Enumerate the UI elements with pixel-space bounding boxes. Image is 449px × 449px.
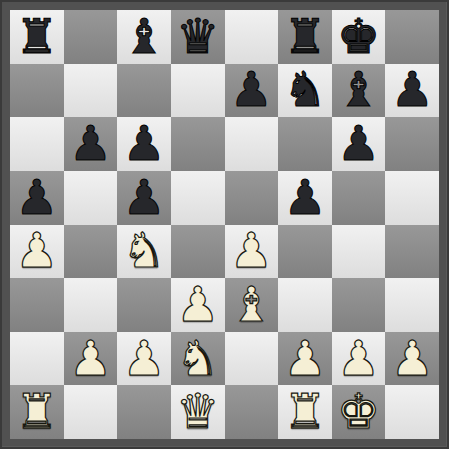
white-pawn[interactable]: ♟: [69, 334, 112, 382]
square-c1[interactable]: [117, 385, 171, 439]
square-d2[interactable]: ♞: [171, 332, 225, 386]
square-g2[interactable]: ♟: [332, 332, 386, 386]
square-h8[interactable]: [385, 10, 439, 64]
square-b4[interactable]: [64, 225, 118, 279]
square-b6[interactable]: ♟: [64, 117, 118, 171]
square-e8[interactable]: [225, 10, 279, 64]
white-pawn[interactable]: ♟: [283, 334, 326, 382]
square-f8[interactable]: ♜: [278, 10, 332, 64]
square-h2[interactable]: ♟: [385, 332, 439, 386]
black-pawn[interactable]: ♟: [337, 119, 380, 167]
black-king[interactable]: ♚: [337, 12, 380, 60]
square-d4[interactable]: [171, 225, 225, 279]
square-e2[interactable]: [225, 332, 279, 386]
white-pawn[interactable]: ♟: [337, 334, 380, 382]
square-a1[interactable]: ♜: [10, 385, 64, 439]
square-b3[interactable]: [64, 278, 118, 332]
black-pawn[interactable]: ♟: [15, 173, 58, 221]
black-pawn[interactable]: ♟: [283, 173, 326, 221]
square-h1[interactable]: [385, 385, 439, 439]
square-a4[interactable]: ♟: [10, 225, 64, 279]
square-f3[interactable]: [278, 278, 332, 332]
square-f2[interactable]: ♟: [278, 332, 332, 386]
black-bishop[interactable]: ♝: [337, 65, 380, 113]
square-g7[interactable]: ♝: [332, 64, 386, 118]
square-a5[interactable]: ♟: [10, 171, 64, 225]
white-bishop[interactable]: ♝: [230, 280, 273, 328]
square-e3[interactable]: ♝: [225, 278, 279, 332]
square-h5[interactable]: [385, 171, 439, 225]
square-f1[interactable]: ♜: [278, 385, 332, 439]
black-pawn[interactable]: ♟: [391, 65, 434, 113]
square-h3[interactable]: [385, 278, 439, 332]
square-g6[interactable]: ♟: [332, 117, 386, 171]
square-a6[interactable]: [10, 117, 64, 171]
square-h6[interactable]: [385, 117, 439, 171]
square-d7[interactable]: [171, 64, 225, 118]
square-d5[interactable]: [171, 171, 225, 225]
white-pawn[interactable]: ♟: [176, 280, 219, 328]
square-d3[interactable]: ♟: [171, 278, 225, 332]
square-h4[interactable]: [385, 225, 439, 279]
square-e1[interactable]: [225, 385, 279, 439]
white-rook[interactable]: ♜: [15, 387, 58, 435]
white-rook[interactable]: ♜: [283, 387, 326, 435]
black-pawn[interactable]: ♟: [123, 119, 166, 167]
black-pawn[interactable]: ♟: [123, 173, 166, 221]
square-c2[interactable]: ♟: [117, 332, 171, 386]
square-c4[interactable]: ♞: [117, 225, 171, 279]
square-g5[interactable]: [332, 171, 386, 225]
square-b5[interactable]: [64, 171, 118, 225]
square-f5[interactable]: ♟: [278, 171, 332, 225]
square-e6[interactable]: [225, 117, 279, 171]
square-a2[interactable]: [10, 332, 64, 386]
square-g8[interactable]: ♚: [332, 10, 386, 64]
black-rook[interactable]: ♜: [283, 12, 326, 60]
square-c3[interactable]: [117, 278, 171, 332]
chess-board: ♜♝♛♜♚♟♞♝♟♟♟♟♟♟♟♟♞♟♟♝♟♟♞♟♟♟♜♛♜♚: [10, 10, 439, 439]
square-c6[interactable]: ♟: [117, 117, 171, 171]
square-f4[interactable]: [278, 225, 332, 279]
white-pawn[interactable]: ♟: [123, 334, 166, 382]
square-d6[interactable]: [171, 117, 225, 171]
square-g1[interactable]: ♚: [332, 385, 386, 439]
square-h7[interactable]: ♟: [385, 64, 439, 118]
black-knight[interactable]: ♞: [283, 65, 326, 113]
square-f6[interactable]: [278, 117, 332, 171]
square-d8[interactable]: ♛: [171, 10, 225, 64]
white-pawn[interactable]: ♟: [15, 226, 58, 274]
black-queen[interactable]: ♛: [176, 12, 219, 60]
white-pawn[interactable]: ♟: [230, 226, 273, 274]
square-c5[interactable]: ♟: [117, 171, 171, 225]
square-f7[interactable]: ♞: [278, 64, 332, 118]
square-d1[interactable]: ♛: [171, 385, 225, 439]
square-b8[interactable]: [64, 10, 118, 64]
square-b2[interactable]: ♟: [64, 332, 118, 386]
square-e4[interactable]: ♟: [225, 225, 279, 279]
square-b1[interactable]: [64, 385, 118, 439]
white-pawn[interactable]: ♟: [391, 334, 434, 382]
square-c8[interactable]: ♝: [117, 10, 171, 64]
board-frame: ♜♝♛♜♚♟♞♝♟♟♟♟♟♟♟♟♞♟♟♝♟♟♞♟♟♟♜♛♜♚: [0, 0, 449, 449]
square-b7[interactable]: [64, 64, 118, 118]
square-c7[interactable]: [117, 64, 171, 118]
square-a7[interactable]: [10, 64, 64, 118]
black-pawn[interactable]: ♟: [69, 119, 112, 167]
square-g4[interactable]: [332, 225, 386, 279]
white-queen[interactable]: ♛: [176, 387, 219, 435]
square-g3[interactable]: [332, 278, 386, 332]
square-a8[interactable]: ♜: [10, 10, 64, 64]
white-knight[interactable]: ♞: [123, 226, 166, 274]
black-bishop[interactable]: ♝: [123, 12, 166, 60]
black-pawn[interactable]: ♟: [230, 65, 273, 113]
white-knight[interactable]: ♞: [176, 334, 219, 382]
square-e7[interactable]: ♟: [225, 64, 279, 118]
square-a3[interactable]: [10, 278, 64, 332]
square-e5[interactable]: [225, 171, 279, 225]
white-king[interactable]: ♚: [337, 387, 380, 435]
black-rook[interactable]: ♜: [15, 12, 58, 60]
